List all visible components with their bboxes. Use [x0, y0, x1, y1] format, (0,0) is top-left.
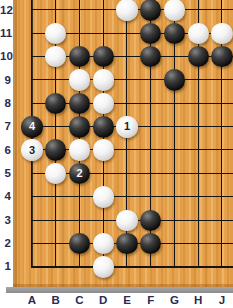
row-label-3: 3 — [0, 213, 11, 228]
white-stone-G12 — [164, 0, 185, 21]
intersection-J3[interactable] — [210, 209, 233, 232]
intersection-C10[interactable] — [68, 45, 92, 68]
intersection-H5[interactable] — [186, 162, 210, 185]
white-stone-A6-move-3: 3 — [21, 139, 42, 160]
intersection-E4[interactable] — [115, 185, 139, 208]
intersection-E12[interactable] — [115, 0, 139, 22]
intersection-F10[interactable] — [139, 45, 163, 68]
intersection-A8[interactable] — [20, 92, 44, 115]
intersection-G1[interactable] — [163, 255, 187, 278]
black-stone-D7 — [93, 116, 114, 137]
intersection-G4[interactable] — [163, 185, 187, 208]
column-label-B: B — [44, 293, 68, 307]
intersection-A10[interactable] — [20, 45, 44, 68]
intersection-J4[interactable] — [210, 185, 233, 208]
black-stone-C5-move-2: 2 — [69, 163, 90, 184]
intersection-J1[interactable] — [210, 255, 233, 278]
intersection-D5[interactable] — [91, 162, 115, 185]
intersection-D11[interactable] — [91, 22, 115, 45]
intersection-B8[interactable] — [44, 92, 68, 115]
column-label-C: C — [68, 293, 92, 307]
intersection-B2[interactable] — [44, 232, 68, 255]
row-label-10: 10 — [0, 49, 11, 64]
intersection-D9[interactable] — [91, 68, 115, 91]
black-stone-J10 — [211, 46, 232, 67]
intersection-G9[interactable] — [163, 68, 187, 91]
intersection-J10[interactable] — [210, 45, 233, 68]
intersection-F1[interactable] — [139, 255, 163, 278]
intersection-G5[interactable] — [163, 162, 187, 185]
intersection-E1[interactable] — [115, 255, 139, 278]
intersection-A11[interactable] — [20, 22, 44, 45]
intersection-C6[interactable] — [68, 138, 92, 161]
white-stone-C9 — [69, 69, 90, 90]
intersection-B4[interactable] — [44, 185, 68, 208]
row-label-6: 6 — [0, 143, 11, 158]
black-stone-H10 — [188, 46, 209, 67]
intersection-H4[interactable] — [186, 185, 210, 208]
black-stone-F10 — [140, 46, 161, 67]
row-label-1: 1 — [0, 259, 11, 274]
black-stone-A7-move-4: 4 — [21, 116, 42, 137]
row-label-7: 7 — [0, 119, 11, 134]
black-stone-F3 — [140, 210, 161, 231]
intersection-D3[interactable] — [91, 209, 115, 232]
black-stone-B6 — [45, 139, 66, 160]
white-stone-D6 — [93, 139, 114, 160]
intersection-H9[interactable] — [186, 68, 210, 91]
intersection-F7[interactable] — [139, 115, 163, 138]
intersection-H3[interactable] — [186, 209, 210, 232]
white-stone-D2 — [93, 233, 114, 254]
intersection-E6[interactable] — [115, 138, 139, 161]
intersection-G10[interactable] — [163, 45, 187, 68]
intersection-H12[interactable] — [186, 0, 210, 22]
intersection-D8[interactable] — [91, 92, 115, 115]
intersection-A5[interactable] — [20, 162, 44, 185]
intersection-F5[interactable] — [139, 162, 163, 185]
intersection-B5[interactable] — [44, 162, 68, 185]
white-stone-J11 — [211, 23, 232, 44]
black-stone-G9 — [164, 69, 185, 90]
white-stone-D9 — [93, 69, 114, 90]
intersection-D12[interactable] — [91, 0, 115, 22]
black-stone-F2 — [140, 233, 161, 254]
black-stone-B8 — [45, 93, 66, 114]
column-label-G: G — [163, 293, 187, 307]
intersection-G11[interactable] — [163, 22, 187, 45]
row-label-2: 2 — [0, 236, 11, 251]
white-stone-D4 — [93, 186, 114, 207]
intersection-A1[interactable] — [20, 255, 44, 278]
intersection-C11[interactable] — [68, 22, 92, 45]
intersection-F12[interactable] — [139, 0, 163, 22]
intersection-G7[interactable] — [163, 115, 187, 138]
intersection-A6[interactable]: 3 — [20, 138, 44, 161]
intersection-B10[interactable] — [44, 45, 68, 68]
intersection-J6[interactable] — [210, 138, 233, 161]
column-label-F: F — [139, 293, 163, 307]
intersection-J9[interactable] — [210, 68, 233, 91]
intersection-F8[interactable] — [139, 92, 163, 115]
black-stone-F11 — [140, 23, 161, 44]
intersection-J8[interactable] — [210, 92, 233, 115]
intersection-A9[interactable] — [20, 68, 44, 91]
white-stone-E7-move-1: 1 — [116, 116, 137, 137]
intersection-J7[interactable] — [210, 115, 233, 138]
intersection-C3[interactable] — [68, 209, 92, 232]
intersection-G8[interactable] — [163, 92, 187, 115]
intersection-E3[interactable] — [115, 209, 139, 232]
intersection-E7[interactable]: 1 — [115, 115, 139, 138]
white-stone-B11 — [45, 23, 66, 44]
intersection-C4[interactable] — [68, 185, 92, 208]
intersection-D2[interactable] — [91, 232, 115, 255]
intersection-G3[interactable] — [163, 209, 187, 232]
white-stone-D1 — [93, 256, 114, 277]
black-stone-C7 — [69, 116, 90, 137]
intersection-E2[interactable] — [115, 232, 139, 255]
intersection-C7[interactable] — [68, 115, 92, 138]
go-board-grid: 4132 — [20, 0, 233, 279]
white-stone-D8 — [93, 93, 114, 114]
intersection-D6[interactable] — [91, 138, 115, 161]
intersection-C5[interactable]: 2 — [68, 162, 92, 185]
row-label-11: 11 — [0, 26, 11, 41]
row-label-8: 8 — [0, 96, 11, 111]
intersection-G2[interactable] — [163, 232, 187, 255]
black-stone-F12 — [140, 0, 161, 21]
black-stone-C8 — [69, 93, 90, 114]
intersection-E11[interactable] — [115, 22, 139, 45]
intersection-G12[interactable] — [163, 0, 187, 22]
intersection-H1[interactable] — [186, 255, 210, 278]
intersection-A4[interactable] — [20, 185, 44, 208]
intersection-F9[interactable] — [139, 68, 163, 91]
intersection-A2[interactable] — [20, 232, 44, 255]
intersection-B6[interactable] — [44, 138, 68, 161]
intersection-H2[interactable] — [186, 232, 210, 255]
intersection-E8[interactable] — [115, 92, 139, 115]
intersection-F3[interactable] — [139, 209, 163, 232]
intersection-B9[interactable] — [44, 68, 68, 91]
intersection-A7[interactable]: 4 — [20, 115, 44, 138]
intersection-C12[interactable] — [68, 0, 92, 22]
go-diagram: 4132 121110987654321 ABCDEFGHJ — [0, 0, 233, 308]
intersection-H11[interactable] — [186, 22, 210, 45]
intersection-D4[interactable] — [91, 185, 115, 208]
intersection-E9[interactable] — [115, 68, 139, 91]
column-label-H: H — [186, 293, 210, 307]
intersection-J12[interactable] — [210, 0, 233, 22]
row-label-5: 5 — [0, 166, 11, 181]
white-stone-C6 — [69, 139, 90, 160]
intersection-A3[interactable] — [20, 209, 44, 232]
intersection-C1[interactable] — [68, 255, 92, 278]
intersection-B11[interactable] — [44, 22, 68, 45]
black-stone-C10 — [69, 46, 90, 67]
intersection-B1[interactable] — [44, 255, 68, 278]
row-label-9: 9 — [0, 73, 11, 88]
black-stone-G11 — [164, 23, 185, 44]
intersection-J5[interactable] — [210, 162, 233, 185]
intersection-H10[interactable] — [186, 45, 210, 68]
intersection-C8[interactable] — [68, 92, 92, 115]
column-label-A: A — [20, 293, 44, 307]
intersection-F11[interactable] — [139, 22, 163, 45]
intersection-B7[interactable] — [44, 115, 68, 138]
intersection-G6[interactable] — [163, 138, 187, 161]
intersection-J11[interactable] — [210, 22, 233, 45]
intersection-F2[interactable] — [139, 232, 163, 255]
intersection-C2[interactable] — [68, 232, 92, 255]
white-stone-E3 — [116, 210, 137, 231]
intersection-D7[interactable] — [91, 115, 115, 138]
intersection-B3[interactable] — [44, 209, 68, 232]
intersection-B12[interactable] — [44, 0, 68, 22]
black-stone-D10 — [93, 46, 114, 67]
white-stone-B10 — [45, 46, 66, 67]
intersection-F6[interactable] — [139, 138, 163, 161]
white-stone-E12 — [116, 0, 137, 21]
column-label-J: J — [210, 293, 233, 307]
black-stone-C2 — [69, 233, 90, 254]
intersection-H8[interactable] — [186, 92, 210, 115]
intersection-A12[interactable] — [20, 0, 44, 22]
intersection-H7[interactable] — [186, 115, 210, 138]
intersection-J2[interactable] — [210, 232, 233, 255]
intersection-F4[interactable] — [139, 185, 163, 208]
row-label-4: 4 — [0, 189, 11, 204]
white-stone-H11 — [188, 23, 209, 44]
go-board: 4132 — [13, 0, 233, 287]
intersection-E5[interactable] — [115, 162, 139, 185]
black-stone-E2 — [116, 233, 137, 254]
column-label-E: E — [115, 293, 139, 307]
intersection-C9[interactable] — [68, 68, 92, 91]
intersection-H6[interactable] — [186, 138, 210, 161]
row-label-12: 12 — [0, 3, 11, 18]
white-stone-B5 — [45, 163, 66, 184]
column-label-D: D — [91, 293, 115, 307]
intersection-D10[interactable] — [91, 45, 115, 68]
intersection-E10[interactable] — [115, 45, 139, 68]
intersection-D1[interactable] — [91, 255, 115, 278]
